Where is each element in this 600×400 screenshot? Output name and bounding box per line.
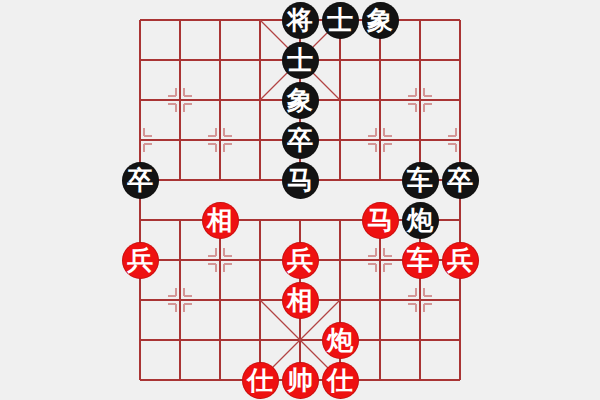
piece-red-horse[interactable]: 马 <box>362 202 399 239</box>
piece-red-chariot[interactable]: 车 <box>402 242 439 279</box>
piece-red-cannon[interactable]: 炮 <box>322 322 359 359</box>
piece-black-soldier[interactable]: 卒 <box>282 122 319 159</box>
piece-red-soldier[interactable]: 兵 <box>282 242 319 279</box>
piece-black-cannon[interactable]: 炮 <box>402 202 439 239</box>
piece-black-horse[interactable]: 马 <box>282 162 319 199</box>
piece-black-elephant[interactable]: 象 <box>362 2 399 39</box>
piece-black-general[interactable]: 将 <box>282 2 319 39</box>
piece-red-advisor[interactable]: 仕 <box>242 362 279 399</box>
piece-black-soldier[interactable]: 卒 <box>442 162 479 199</box>
piece-black-advisor[interactable]: 士 <box>282 42 319 79</box>
xiangqi-board: 将士象士象卒卒马车卒相马炮兵兵车兵相炮仕帅仕 <box>0 0 600 400</box>
piece-black-elephant[interactable]: 象 <box>282 82 319 119</box>
piece-red-soldier[interactable]: 兵 <box>122 242 159 279</box>
piece-red-soldier[interactable]: 兵 <box>442 242 479 279</box>
piece-black-soldier[interactable]: 卒 <box>122 162 159 199</box>
piece-red-general[interactable]: 帅 <box>282 362 319 399</box>
board-grid[interactable]: 将士象士象卒卒马车卒相马炮兵兵车兵相炮仕帅仕 <box>120 0 480 400</box>
piece-red-advisor[interactable]: 仕 <box>322 362 359 399</box>
piece-red-elephant[interactable]: 相 <box>202 202 239 239</box>
piece-black-advisor[interactable]: 士 <box>322 2 359 39</box>
piece-black-chariot[interactable]: 车 <box>402 162 439 199</box>
piece-red-elephant[interactable]: 相 <box>282 282 319 319</box>
